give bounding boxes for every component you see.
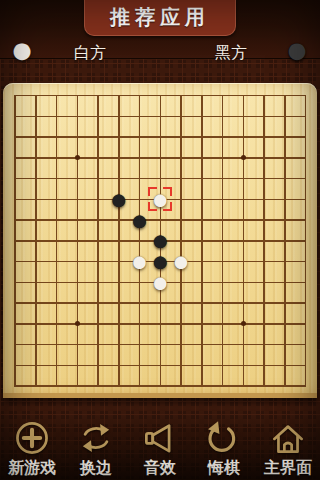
tool-label: 主界面	[264, 459, 312, 477]
recommended-apps-button[interactable]: 推荐应用	[84, 0, 236, 36]
sound-icon	[140, 418, 180, 458]
white-player-stone-icon: ●	[8, 36, 36, 64]
home-button[interactable]: 主界面	[256, 406, 320, 480]
new-game-button[interactable]: 新游戏	[0, 406, 64, 480]
swap-sides-button[interactable]: 换边	[64, 406, 128, 480]
star-point	[75, 155, 80, 160]
swap-sides-icon	[76, 418, 116, 458]
home-icon	[268, 418, 308, 458]
board-gridline-vertical	[284, 95, 286, 387]
tool-label: 换边	[80, 459, 112, 477]
white-side-label: 白方	[64, 43, 116, 62]
tool-label: 悔棋	[208, 459, 240, 477]
star-point	[241, 321, 246, 326]
star-point	[158, 238, 163, 243]
board-gridline-horizontal	[14, 344, 306, 346]
new-game-icon	[12, 418, 52, 458]
game-board[interactable]: ●●●●●●●●	[3, 83, 317, 398]
undo-button[interactable]: 悔棋	[192, 406, 256, 480]
tool-label: 音效	[144, 459, 176, 477]
sound-button[interactable]: 音效	[128, 406, 192, 480]
board-gridline-vertical	[305, 95, 307, 387]
undo-icon	[204, 418, 244, 458]
star-point	[75, 321, 80, 326]
board-gridline-horizontal	[14, 385, 306, 387]
black-player-stone-icon: ●	[283, 36, 311, 64]
toolbar: 新游戏 换边 音效 悔棋 主界面	[0, 406, 320, 480]
tool-label: 新游戏	[8, 459, 56, 477]
black-side-label: 黑方	[205, 43, 257, 62]
board-gridline-horizontal	[14, 365, 306, 367]
star-point	[241, 155, 246, 160]
